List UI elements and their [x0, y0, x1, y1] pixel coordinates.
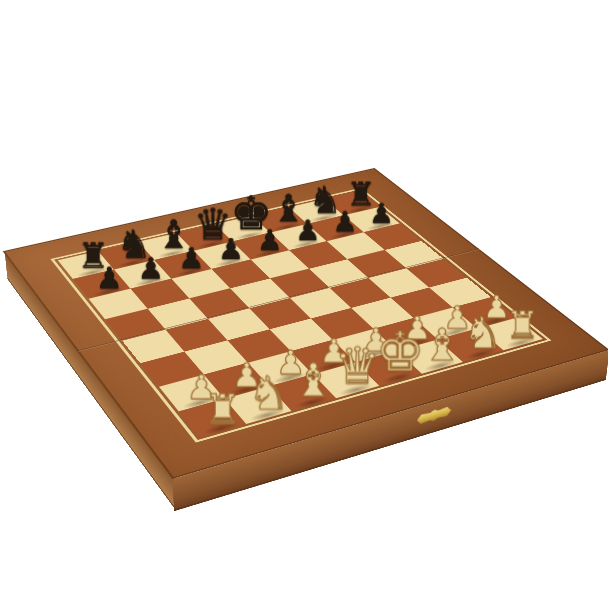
- square-e4: [290, 288, 351, 319]
- piece-shadow: [463, 347, 499, 361]
- brass-clasp-icon: [417, 405, 452, 426]
- chess-set-photo: ♜♞♝♛♚♝♞♜♟♟♟♟♟♟♟♟♟♟♟♟♟♟♟♟♜♞♝♛♚♝♞♜: [0, 0, 608, 608]
- piece-shadow: [503, 336, 538, 350]
- piece-shadow: [248, 407, 287, 423]
- piece-shadow: [293, 395, 331, 411]
- piece-shadow: [337, 382, 375, 397]
- square-f3: [351, 298, 414, 329]
- square-g3: [391, 288, 453, 319]
- piece-shadow: [380, 370, 417, 385]
- board-top: ♜♞♝♛♚♝♞♜♟♟♟♟♟♟♟♟♟♟♟♟♟♟♟♟♜♞♝♛♚♝♞♜: [3, 168, 608, 479]
- piece-shadow: [201, 420, 240, 437]
- square-c4: [208, 308, 270, 340]
- piece-shadow: [422, 358, 458, 373]
- piece-shadow: [91, 286, 125, 299]
- folding-chess-box: ♜♞♝♛♚♝♞♜♟♟♟♟♟♟♟♟♟♟♟♟♟♟♟♟♜♞♝♛♚♝♞♜: [3, 168, 608, 479]
